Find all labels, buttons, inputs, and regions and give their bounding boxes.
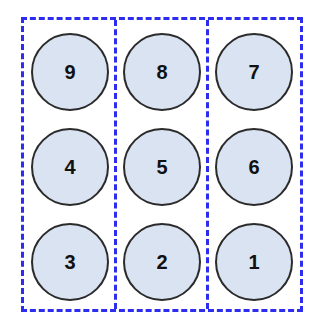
circle-token-9[interactable]: 9 (31, 33, 109, 111)
circle-number: 6 (248, 157, 259, 177)
circle-token-6[interactable]: 6 (215, 128, 293, 206)
cell-r2-c0: 3 (24, 214, 116, 309)
cell-r0-c0: 9 (24, 25, 116, 120)
circle-number: 3 (64, 252, 75, 272)
cell-r1-c1: 5 (116, 120, 208, 215)
circle-token-1[interactable]: 1 (215, 223, 293, 301)
circle-token-2[interactable]: 2 (123, 223, 201, 301)
circle-number: 8 (156, 62, 167, 82)
circle-number: 1 (248, 252, 259, 272)
board: 9 8 7 4 5 (21, 17, 303, 312)
circle-number: 4 (64, 157, 75, 177)
cell-r1-c0: 4 (24, 120, 116, 215)
cell-r1-c2: 6 (208, 120, 300, 215)
circle-number: 5 (156, 157, 167, 177)
cell-r2-c1: 2 (116, 214, 208, 309)
cell-r0-c1: 8 (116, 25, 208, 120)
circle-token-5[interactable]: 5 (123, 128, 201, 206)
cell-r0-c2: 7 (208, 25, 300, 120)
circle-token-4[interactable]: 4 (31, 128, 109, 206)
circle-number: 7 (248, 62, 259, 82)
cell-r2-c2: 1 (208, 214, 300, 309)
circle-token-8[interactable]: 8 (123, 33, 201, 111)
circle-number: 9 (64, 62, 75, 82)
circle-token-7[interactable]: 7 (215, 33, 293, 111)
token-grid: 9 8 7 4 5 (24, 20, 300, 309)
circle-token-3[interactable]: 3 (31, 223, 109, 301)
circle-number: 2 (156, 252, 167, 272)
page: 9 8 7 4 5 (0, 0, 320, 333)
